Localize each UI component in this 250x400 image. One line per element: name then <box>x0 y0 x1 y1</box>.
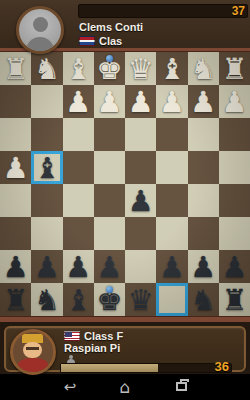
square-e7[interactable]: ♟ <box>94 250 125 283</box>
square-a5[interactable] <box>219 184 250 217</box>
square-g4[interactable]: ♝ <box>31 151 62 184</box>
square-d7[interactable] <box>125 250 156 283</box>
square-h6[interactable] <box>0 217 31 250</box>
square-e4[interactable] <box>94 151 125 184</box>
square-d6[interactable] <box>125 217 156 250</box>
square-h4[interactable]: ♟ <box>0 151 31 184</box>
square-a7[interactable]: ♟ <box>219 250 250 283</box>
white-pawn: ♟ <box>159 87 185 118</box>
white-knight: ♞ <box>34 54 60 85</box>
square-g8[interactable]: ♞ <box>31 283 62 316</box>
black-pawn: ♟ <box>34 252 60 283</box>
square-c8[interactable] <box>156 283 187 316</box>
opponent-name: Clems Conti <box>79 21 143 33</box>
square-g5[interactable] <box>31 184 62 217</box>
square-f5[interactable] <box>63 184 94 217</box>
square-e6[interactable] <box>94 217 125 250</box>
chess-app-screen: 37 Clems Conti Clas ♜♞♝♚♛♝♞♜♟♟♟♟♟♟♟♝♟♟♟♟… <box>0 0 250 400</box>
square-e5[interactable] <box>94 184 125 217</box>
white-pawn: ♟ <box>190 87 216 118</box>
square-h3[interactable] <box>0 118 31 151</box>
square-d8[interactable]: ♛ <box>125 283 156 316</box>
square-a8[interactable]: ♜ <box>219 283 250 316</box>
square-f4[interactable] <box>63 151 94 184</box>
recents-rect-glyph <box>176 382 187 391</box>
black-pawn: ♟ <box>96 252 122 283</box>
square-e8[interactable]: ♚ <box>94 283 125 316</box>
square-c5[interactable] <box>156 184 187 217</box>
black-knight: ♞ <box>34 285 60 316</box>
square-c4[interactable] <box>156 151 187 184</box>
black-knight: ♞ <box>190 285 216 316</box>
square-h1[interactable]: ♜ <box>0 52 31 85</box>
square-d5[interactable]: ♟ <box>125 184 156 217</box>
white-pawn: ♟ <box>96 87 122 118</box>
square-b8[interactable]: ♞ <box>188 283 219 316</box>
square-b3[interactable] <box>188 118 219 151</box>
square-d3[interactable] <box>125 118 156 151</box>
player-progress-fill <box>61 364 158 372</box>
square-h8[interactable]: ♜ <box>0 283 31 316</box>
square-f6[interactable] <box>63 217 94 250</box>
black-pawn: ♟ <box>3 252 29 283</box>
white-queen: ♛ <box>128 54 154 85</box>
square-f7[interactable]: ♟ <box>63 250 94 283</box>
person-mini-icon <box>66 355 75 363</box>
square-b1[interactable]: ♞ <box>188 52 219 85</box>
chess-board: ♜♞♝♚♛♝♞♜♟♟♟♟♟♟♟♝♟♟♟♟♟♟♟♟♜♞♝♚♛♞♜ <box>0 52 250 316</box>
black-bishop: ♝ <box>65 285 91 316</box>
square-h2[interactable] <box>0 85 31 118</box>
square-a1[interactable]: ♜ <box>219 52 250 85</box>
black-bishop: ♝ <box>34 153 60 184</box>
player-avatar <box>10 329 56 375</box>
square-h7[interactable]: ♟ <box>0 250 31 283</box>
recents-icon[interactable] <box>170 374 194 400</box>
square-h5[interactable] <box>0 184 31 217</box>
square-f3[interactable] <box>63 118 94 151</box>
white-bishop: ♝ <box>159 54 185 85</box>
square-a6[interactable] <box>219 217 250 250</box>
white-rook: ♜ <box>221 54 247 85</box>
square-a2[interactable]: ♟ <box>219 85 250 118</box>
player-progress-bar: 36 <box>60 363 232 373</box>
square-f2[interactable]: ♟ <box>63 85 94 118</box>
square-b5[interactable] <box>188 184 219 217</box>
cartoon-king-avatar-icon <box>13 332 53 372</box>
square-d1[interactable]: ♛ <box>125 52 156 85</box>
white-pawn: ♟ <box>221 87 247 118</box>
square-a4[interactable] <box>219 151 250 184</box>
square-c3[interactable] <box>156 118 187 151</box>
opponent-progress-bar: 37 <box>78 4 248 18</box>
android-navbar: ↩ ⌂ <box>0 374 250 400</box>
square-d2[interactable]: ♟ <box>125 85 156 118</box>
square-b4[interactable] <box>188 151 219 184</box>
player-name: Raspian Pi <box>64 342 120 354</box>
white-rook: ♜ <box>3 54 29 85</box>
usa-flag-icon <box>64 331 80 341</box>
black-pawn: ♟ <box>190 252 216 283</box>
opponent-score: 37 <box>232 5 245 17</box>
black-rook: ♜ <box>3 285 29 316</box>
black-rook: ♜ <box>221 285 247 316</box>
square-g7[interactable]: ♟ <box>31 250 62 283</box>
white-pawn: ♟ <box>3 153 29 184</box>
opponent-class-row: Clas <box>79 35 122 47</box>
square-e3[interactable] <box>94 118 125 151</box>
player-class-label: Class F <box>84 330 123 342</box>
person-silhouette-icon <box>19 9 61 51</box>
board-frame-bottom <box>0 316 250 322</box>
king-gem-icon <box>106 55 113 62</box>
square-g1[interactable]: ♞ <box>31 52 62 85</box>
black-pawn: ♟ <box>221 252 247 283</box>
black-queen: ♛ <box>128 285 154 316</box>
square-b2[interactable]: ♟ <box>188 85 219 118</box>
white-knight: ♞ <box>190 54 216 85</box>
home-icon[interactable]: ⌂ <box>113 374 137 400</box>
square-f8[interactable]: ♝ <box>63 283 94 316</box>
square-b6[interactable] <box>188 217 219 250</box>
square-f1[interactable]: ♝ <box>63 52 94 85</box>
square-b7[interactable]: ♟ <box>188 250 219 283</box>
square-a3[interactable] <box>219 118 250 151</box>
black-pawn: ♟ <box>159 252 185 283</box>
black-pawn: ♟ <box>128 186 154 217</box>
square-c2[interactable]: ♟ <box>156 85 187 118</box>
square-c1[interactable]: ♝ <box>156 52 187 85</box>
board-grid: ♜♞♝♚♛♝♞♜♟♟♟♟♟♟♟♝♟♟♟♟♟♟♟♟♜♞♝♚♛♞♜ <box>0 52 250 316</box>
square-g3[interactable] <box>31 118 62 151</box>
white-bishop: ♝ <box>65 54 91 85</box>
white-pawn: ♟ <box>128 87 154 118</box>
opponent-avatar <box>16 6 64 54</box>
square-c7[interactable]: ♟ <box>156 250 187 283</box>
square-e2[interactable]: ♟ <box>94 85 125 118</box>
square-e1[interactable]: ♚ <box>94 52 125 85</box>
player-class-row: Class F <box>64 330 123 342</box>
back-icon[interactable]: ↩ <box>58 374 82 400</box>
king-gem-icon <box>106 286 113 293</box>
square-d4[interactable] <box>125 151 156 184</box>
netherlands-flag-icon <box>79 36 95 46</box>
opponent-class-label: Clas <box>99 35 122 47</box>
square-c6[interactable] <box>156 217 187 250</box>
black-pawn: ♟ <box>65 252 91 283</box>
white-pawn: ♟ <box>65 87 91 118</box>
player-score: 36 <box>215 361 229 373</box>
square-g2[interactable] <box>31 85 62 118</box>
square-g6[interactable] <box>31 217 62 250</box>
